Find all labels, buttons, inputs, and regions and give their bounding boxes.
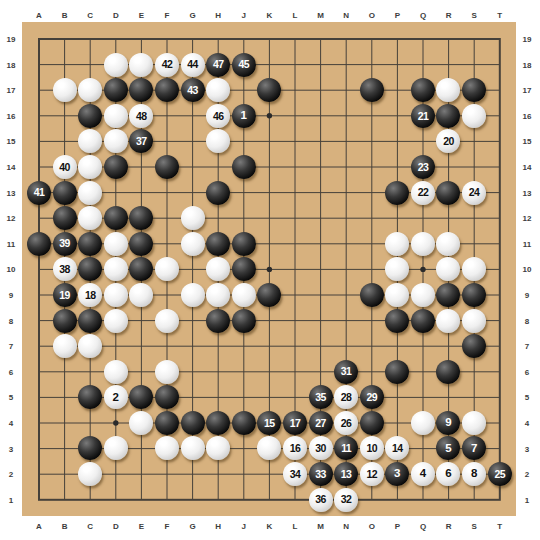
coord-left-1: 1 <box>9 495 13 504</box>
stone-H18[interactable]: 47 <box>206 53 230 77</box>
stone-B11[interactable]: 39 <box>53 232 77 256</box>
stone-G12[interactable] <box>181 206 205 230</box>
stone-C2[interactable] <box>78 462 102 486</box>
stone-H3[interactable] <box>206 436 230 460</box>
stone-A13[interactable]: 41 <box>27 181 51 205</box>
stone-Q17[interactable] <box>411 78 435 102</box>
stone-M5[interactable]: 35 <box>309 385 333 409</box>
coord-left-18: 18 <box>7 60 16 69</box>
coord-left-3: 3 <box>9 444 13 453</box>
stone-C7[interactable] <box>78 334 102 358</box>
coord-right-14: 14 <box>523 163 532 172</box>
coord-top-D: D <box>113 11 119 20</box>
coord-top-N: N <box>343 11 349 20</box>
move-number-9: 9 <box>445 417 451 429</box>
move-number-21: 21 <box>418 111 428 122</box>
coord-right-13: 13 <box>523 188 532 197</box>
stone-R10[interactable] <box>436 257 460 281</box>
stone-F17[interactable] <box>155 78 179 102</box>
stone-K3[interactable] <box>257 436 281 460</box>
stone-J14[interactable] <box>232 155 256 179</box>
move-number-43: 43 <box>187 85 197 96</box>
stone-S16[interactable] <box>462 104 486 128</box>
coord-right-15: 15 <box>523 137 532 146</box>
stone-F4[interactable] <box>155 411 179 435</box>
stone-N3[interactable]: 11 <box>334 436 358 460</box>
move-number-10: 10 <box>366 443 376 454</box>
stone-P13[interactable] <box>385 181 409 205</box>
move-number-28: 28 <box>341 392 351 403</box>
stone-B7[interactable] <box>53 334 77 358</box>
move-number-12: 12 <box>366 469 376 480</box>
stone-C15[interactable] <box>78 129 102 153</box>
stone-H9[interactable] <box>206 283 230 307</box>
stone-F6[interactable] <box>155 360 179 384</box>
stone-F10[interactable] <box>155 257 179 281</box>
coord-left-19: 19 <box>7 35 16 44</box>
coord-bottom-C: C <box>87 522 93 531</box>
coord-left-15: 15 <box>7 137 16 146</box>
stone-S3[interactable]: 7 <box>462 436 486 460</box>
stone-J18[interactable]: 45 <box>232 53 256 77</box>
move-number-36: 36 <box>315 494 325 505</box>
move-number-24: 24 <box>469 187 479 198</box>
coord-left-11: 11 <box>7 239 15 248</box>
stone-O5[interactable]: 29 <box>360 385 384 409</box>
stone-O3[interactable]: 10 <box>360 436 384 460</box>
move-number-14: 14 <box>392 443 402 454</box>
stone-F14[interactable] <box>155 155 179 179</box>
move-number-30: 30 <box>315 443 325 454</box>
stone-Q9[interactable] <box>411 283 435 307</box>
coord-bottom-E: E <box>139 522 144 531</box>
move-number-42: 42 <box>162 59 172 70</box>
stone-D14[interactable] <box>104 155 128 179</box>
stone-D11[interactable] <box>104 232 128 256</box>
move-number-44: 44 <box>187 59 197 70</box>
stone-E5[interactable] <box>129 385 153 409</box>
coord-top-M: M <box>317 11 324 20</box>
move-number-27: 27 <box>315 418 325 429</box>
coord-bottom-M: M <box>317 522 324 531</box>
stone-F3[interactable] <box>155 436 179 460</box>
stone-G18[interactable]: 44 <box>181 53 205 77</box>
move-number-29: 29 <box>366 392 376 403</box>
stone-L4[interactable]: 17 <box>283 411 307 435</box>
stone-E12[interactable] <box>129 206 153 230</box>
coord-top-K: K <box>267 11 273 20</box>
coord-top-P: P <box>395 11 400 20</box>
stone-K9[interactable] <box>257 283 281 307</box>
stone-R9[interactable] <box>436 283 460 307</box>
stone-C12[interactable] <box>78 206 102 230</box>
stone-H15[interactable] <box>206 129 230 153</box>
coord-top-A: A <box>36 11 42 20</box>
coord-left-8: 8 <box>9 316 13 325</box>
stone-G4[interactable] <box>181 411 205 435</box>
stone-E4[interactable] <box>129 411 153 435</box>
coord-bottom-N: N <box>343 522 349 531</box>
stone-S4[interactable] <box>462 411 486 435</box>
coord-right-2: 2 <box>525 470 529 479</box>
stone-R11[interactable] <box>436 232 460 256</box>
stone-D9[interactable] <box>104 283 128 307</box>
move-number-34: 34 <box>290 469 300 480</box>
stone-B10[interactable]: 38 <box>53 257 77 281</box>
stone-P11[interactable] <box>385 232 409 256</box>
coord-bottom-T: T <box>497 522 502 531</box>
coord-right-5: 5 <box>525 393 529 402</box>
coord-left-9: 9 <box>9 291 13 300</box>
stone-J4[interactable] <box>232 411 256 435</box>
stone-R16[interactable] <box>436 104 460 128</box>
stone-A11[interactable] <box>27 232 51 256</box>
stone-B17[interactable] <box>53 78 77 102</box>
stone-F18[interactable]: 42 <box>155 53 179 77</box>
stone-E15[interactable]: 37 <box>129 129 153 153</box>
stone-H11[interactable] <box>206 232 230 256</box>
stone-H4[interactable] <box>206 411 230 435</box>
coord-right-7: 7 <box>525 342 529 351</box>
coord-bottom-L: L <box>293 522 298 531</box>
stone-Q4[interactable] <box>411 411 435 435</box>
move-number-48: 48 <box>136 111 146 122</box>
move-number-45: 45 <box>238 59 248 70</box>
stone-C3[interactable] <box>78 436 102 460</box>
move-number-1: 1 <box>241 110 247 122</box>
coord-bottom-R: R <box>446 522 452 531</box>
stone-D10[interactable] <box>104 257 128 281</box>
stone-C16[interactable] <box>78 104 102 128</box>
coord-top-F: F <box>165 11 170 20</box>
move-number-13: 13 <box>341 469 351 480</box>
stone-R2[interactable]: 6 <box>436 462 460 486</box>
move-number-40: 40 <box>59 162 69 173</box>
coord-top-R: R <box>446 11 452 20</box>
stone-K17[interactable] <box>257 78 281 102</box>
stone-C14[interactable] <box>78 155 102 179</box>
stone-H16[interactable]: 46 <box>206 104 230 128</box>
coord-left-7: 7 <box>9 342 13 351</box>
stone-D3[interactable] <box>104 436 128 460</box>
stone-C5[interactable] <box>78 385 102 409</box>
move-number-15: 15 <box>264 418 274 429</box>
move-number-46: 46 <box>213 111 223 122</box>
goban[interactable]: 4244474543484612137204023412224393819183… <box>22 22 516 516</box>
coord-right-3: 3 <box>525 444 529 453</box>
move-number-5: 5 <box>445 443 451 455</box>
coord-bottom-D: D <box>113 522 119 531</box>
coord-bottom-O: O <box>369 522 375 531</box>
coord-top-J: J <box>242 11 246 20</box>
coord-right-1: 1 <box>525 495 529 504</box>
stone-N1[interactable]: 32 <box>334 488 358 512</box>
stone-G11[interactable] <box>181 232 205 256</box>
coord-bottom-P: P <box>395 522 400 531</box>
coord-left-14: 14 <box>7 163 16 172</box>
coord-right-9: 9 <box>525 291 529 300</box>
stone-R3[interactable]: 5 <box>436 436 460 460</box>
stone-C8[interactable] <box>78 309 102 333</box>
move-number-3: 3 <box>394 468 400 480</box>
stone-O17[interactable] <box>360 78 384 102</box>
stone-D17[interactable] <box>104 78 128 102</box>
coord-left-10: 10 <box>7 265 16 274</box>
stone-J8[interactable] <box>232 309 256 333</box>
stone-D16[interactable] <box>104 104 128 128</box>
stone-O2[interactable]: 12 <box>360 462 384 486</box>
stone-R15[interactable]: 20 <box>436 129 460 153</box>
stone-S8[interactable] <box>462 309 486 333</box>
move-number-11: 11 <box>341 443 351 454</box>
stone-D12[interactable] <box>104 206 128 230</box>
stone-C9[interactable]: 18 <box>78 283 102 307</box>
stone-C11[interactable] <box>78 232 102 256</box>
stone-M2[interactable]: 33 <box>309 462 333 486</box>
coord-bottom-Q: Q <box>420 522 426 531</box>
stone-K4[interactable]: 15 <box>257 411 281 435</box>
stone-E17[interactable] <box>129 78 153 102</box>
stone-N2[interactable]: 13 <box>334 462 358 486</box>
move-number-25: 25 <box>494 469 504 480</box>
coord-left-17: 17 <box>7 86 16 95</box>
stone-E9[interactable] <box>129 283 153 307</box>
stone-S7[interactable] <box>462 334 486 358</box>
stone-D5[interactable]: 2 <box>104 385 128 409</box>
move-number-4: 4 <box>420 468 426 480</box>
stone-P2[interactable]: 3 <box>385 462 409 486</box>
stone-G17[interactable]: 43 <box>181 78 205 102</box>
stone-Q11[interactable] <box>411 232 435 256</box>
coord-left-6: 6 <box>9 367 13 376</box>
move-number-33: 33 <box>315 469 325 480</box>
stone-D6[interactable] <box>104 360 128 384</box>
stone-S9[interactable] <box>462 283 486 307</box>
stone-S10[interactable] <box>462 257 486 281</box>
coord-left-2: 2 <box>9 470 13 479</box>
coord-bottom-S: S <box>472 522 477 531</box>
stone-Q2[interactable]: 4 <box>411 462 435 486</box>
coord-right-6: 6 <box>525 367 529 376</box>
stone-N5[interactable]: 28 <box>334 385 358 409</box>
coord-top-T: T <box>497 11 502 20</box>
coord-right-4: 4 <box>525 419 529 428</box>
stone-E18[interactable] <box>129 53 153 77</box>
move-number-32: 32 <box>341 494 351 505</box>
stone-B12[interactable] <box>53 206 77 230</box>
move-number-18: 18 <box>85 290 95 301</box>
move-number-2: 2 <box>113 392 119 404</box>
stone-E10[interactable] <box>129 257 153 281</box>
stone-O9[interactable] <box>360 283 384 307</box>
stone-J10[interactable] <box>232 257 256 281</box>
coord-left-16: 16 <box>7 111 16 120</box>
coord-right-12: 12 <box>523 214 532 223</box>
move-number-19: 19 <box>59 290 69 301</box>
stone-E11[interactable] <box>129 232 153 256</box>
stone-R8[interactable] <box>436 309 460 333</box>
coord-right-18: 18 <box>523 60 532 69</box>
coord-left-12: 12 <box>7 214 16 223</box>
move-number-41: 41 <box>34 187 44 198</box>
stone-D8[interactable] <box>104 309 128 333</box>
stone-R13[interactable] <box>436 181 460 205</box>
coord-top-S: S <box>472 11 477 20</box>
stone-J16[interactable]: 1 <box>232 104 256 128</box>
move-number-38: 38 <box>59 264 69 275</box>
stone-H17[interactable] <box>206 78 230 102</box>
stone-Q8[interactable] <box>411 309 435 333</box>
stone-P10[interactable] <box>385 257 409 281</box>
go-diagram-screen: 4244474543484612137204023412224393819183… <box>0 0 540 540</box>
stone-G9[interactable] <box>181 283 205 307</box>
stone-B13[interactable] <box>53 181 77 205</box>
coord-top-C: C <box>87 11 93 20</box>
stone-M3[interactable]: 30 <box>309 436 333 460</box>
move-number-23: 23 <box>418 162 428 173</box>
coord-top-Q: Q <box>420 11 426 20</box>
move-number-6: 6 <box>445 468 451 480</box>
stone-Q16[interactable]: 21 <box>411 104 435 128</box>
stone-H8[interactable] <box>206 309 230 333</box>
stone-G3[interactable] <box>181 436 205 460</box>
coord-top-H: H <box>215 11 221 20</box>
coord-bottom-J: J <box>242 522 246 531</box>
stone-R4[interactable]: 9 <box>436 411 460 435</box>
stone-Q13[interactable]: 22 <box>411 181 435 205</box>
stone-B14[interactable]: 40 <box>53 155 77 179</box>
stone-H10[interactable] <box>206 257 230 281</box>
coord-top-B: B <box>62 11 68 20</box>
coord-right-19: 19 <box>523 35 532 44</box>
stone-B9[interactable]: 19 <box>53 283 77 307</box>
stone-L2[interactable]: 34 <box>283 462 307 486</box>
stone-F5[interactable] <box>155 385 179 409</box>
move-number-39: 39 <box>59 238 69 249</box>
coord-left-4: 4 <box>9 419 13 428</box>
stone-S2[interactable]: 8 <box>462 462 486 486</box>
move-number-7: 7 <box>471 443 477 455</box>
stone-J11[interactable] <box>232 232 256 256</box>
coord-top-L: L <box>293 11 298 20</box>
coord-bottom-H: H <box>215 522 221 531</box>
stone-E16[interactable]: 48 <box>129 104 153 128</box>
coord-bottom-G: G <box>189 522 195 531</box>
move-number-17: 17 <box>290 418 300 429</box>
stone-D15[interactable] <box>104 129 128 153</box>
stone-T2[interactable]: 25 <box>488 462 512 486</box>
stone-D18[interactable] <box>104 53 128 77</box>
stone-F8[interactable] <box>155 309 179 333</box>
stone-C10[interactable] <box>78 257 102 281</box>
coord-left-5: 5 <box>9 393 13 402</box>
stone-P8[interactable] <box>385 309 409 333</box>
move-number-8: 8 <box>471 468 477 480</box>
stone-S13[interactable]: 24 <box>462 181 486 205</box>
stone-M4[interactable]: 27 <box>309 411 333 435</box>
move-number-37: 37 <box>136 136 146 147</box>
move-number-22: 22 <box>418 187 428 198</box>
coord-bottom-K: K <box>267 522 273 531</box>
stone-R6[interactable] <box>436 360 460 384</box>
stone-M1[interactable]: 36 <box>309 488 333 512</box>
stone-O4[interactable] <box>360 411 384 435</box>
stone-R17[interactable] <box>436 78 460 102</box>
coord-top-G: G <box>189 11 195 20</box>
coord-bottom-A: A <box>36 522 42 531</box>
stone-P3[interactable]: 14 <box>385 436 409 460</box>
stone-C13[interactable] <box>78 181 102 205</box>
coord-left-13: 13 <box>7 188 16 197</box>
move-number-47: 47 <box>213 59 223 70</box>
stone-B8[interactable] <box>53 309 77 333</box>
stone-S17[interactable] <box>462 78 486 102</box>
move-number-35: 35 <box>315 392 325 403</box>
stone-P6[interactable] <box>385 360 409 384</box>
stone-H13[interactable] <box>206 181 230 205</box>
goban-grid[interactable]: 4244474543484612137204023412224393819183… <box>26 26 512 512</box>
stone-P9[interactable] <box>385 283 409 307</box>
coord-right-10: 10 <box>523 265 532 274</box>
coord-right-8: 8 <box>525 316 529 325</box>
stone-C17[interactable] <box>78 78 102 102</box>
stone-N4[interactable]: 26 <box>334 411 358 435</box>
move-number-31: 31 <box>341 366 351 377</box>
stone-N6[interactable]: 31 <box>334 360 358 384</box>
coord-top-O: O <box>369 11 375 20</box>
coord-top-E: E <box>139 11 144 20</box>
coord-right-16: 16 <box>523 111 532 120</box>
coord-bottom-B: B <box>62 522 68 531</box>
move-number-20: 20 <box>443 136 453 147</box>
stone-L3[interactable]: 16 <box>283 436 307 460</box>
move-number-26: 26 <box>341 418 351 429</box>
coord-right-17: 17 <box>523 86 532 95</box>
stone-Q14[interactable]: 23 <box>411 155 435 179</box>
coord-right-11: 11 <box>523 239 531 248</box>
coord-bottom-F: F <box>165 522 170 531</box>
move-number-16: 16 <box>290 443 300 454</box>
stone-J9[interactable] <box>232 283 256 307</box>
